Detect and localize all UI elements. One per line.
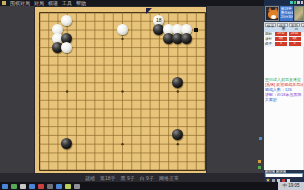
window-control-dot-icon[interactable] [297,1,300,4]
tab-settings[interactable]: 设置 [301,23,304,27]
menu-item-4[interactable]: 帮助 [76,0,86,6]
status-item: 黑 9子 [121,175,135,181]
taskbar-app-icon[interactable] [56,184,62,189]
black-value-badge: 3次 [275,37,287,41]
black-value-badge: 19:32 [275,32,287,36]
col-header: 黑 [277,27,290,32]
opponent-avatar [294,6,304,21]
taskbar [0,182,304,190]
taskbar-app-icon[interactable] [65,184,71,189]
row-label: 读秒 [264,37,275,41]
taskbar-app-icon[interactable] [47,184,53,189]
taskbar-app-icon[interactable] [38,184,44,189]
menu-item-1[interactable]: 对局 [34,0,44,6]
window-control-icons[interactable] [290,1,303,4]
table-header-row: 黑 白 [264,27,304,32]
status-item: 网络正常 [159,175,179,181]
black-stone [181,33,192,44]
menu-item-3[interactable]: 工具 [62,0,72,6]
taskbar-app-icon[interactable] [20,184,26,189]
table-row: 用时19:3218:45 [264,32,304,37]
table-row: 读秒3次3次 [264,37,304,42]
row-label: 用时 [264,32,275,36]
system-tray[interactable]: 中 19:05 [278,182,304,190]
taskbar-app-icon[interactable] [74,184,80,189]
black-stone [172,77,183,88]
square-marker [194,28,198,32]
players-area: 第18手 黑先贴目 20分30秒 [264,5,304,22]
chat-input-row: 表情 发送 [264,170,304,177]
go-board[interactable]: 18 [35,7,206,173]
white-value-badge: 0 [289,42,301,46]
chat-message: 大家好 [265,97,304,102]
col-header [264,27,277,32]
mouse-cursor-icon [146,8,152,14]
info-line: 20分30秒 [281,15,292,19]
fox-avatar [265,6,279,21]
tab-kifu[interactable]: 棋谱 [265,23,276,27]
status-bar: 就绪 第18手 黑 9子 白 9子 网络正常 [0,173,264,182]
window-control-dot-icon[interactable] [294,1,297,4]
game-info-box: 第18手 黑先贴目 20分30秒 [280,6,292,21]
game-info-table: 黑 白 用时19:3218:45读秒3次3次提子00 [264,27,304,47]
window-control-dot-icon[interactable] [301,1,304,4]
row-label: 提子 [264,42,275,46]
game-info-panel: 第18手 黑先贴目 20分30秒 棋谱 聊天 形势 设置 黑 白 用时19:32… [264,0,304,183]
taskbar-app-icon[interactable] [29,184,35,189]
status-item: 第18手 [100,175,116,181]
table-row: 提子00 [264,42,304,47]
window-control-dot-icon[interactable] [290,1,293,4]
fox-snout-icon [271,15,276,19]
side-mini-icon[interactable] [259,137,262,140]
white-value-badge: 18:45 [289,32,301,36]
chat-area[interactable]: 您已进入对局直播室[系统] 欢迎观战本局比赛观战人数：126讲解：白18靠压黑阵… [264,47,304,170]
taskbar-app-icon[interactable] [11,184,17,189]
chat-scrollbar[interactable] [303,47,304,170]
side-mini-icon[interactable] [258,160,261,163]
window-title: 围棋对局 [10,0,30,6]
tab-estimate[interactable]: 形势 [289,23,300,27]
white-stone [117,24,128,35]
black-value-badge: 0 [275,42,287,46]
side-mini-icon[interactable] [258,166,261,169]
taskbar-app-icon[interactable] [2,184,8,189]
status-item: 白 9子 [140,175,154,181]
white-value-badge: 3次 [289,37,301,41]
status-item: 就绪 [85,175,95,181]
tab-chat[interactable]: 聊天 [277,23,288,27]
col-header: 白 [290,27,303,32]
menu-item-2[interactable]: 棋谱 [48,0,58,6]
app-icon [2,1,6,5]
menu-bar: 围棋对局 对局 棋谱 工具 帮助 [0,0,264,6]
white-stone [61,42,72,53]
